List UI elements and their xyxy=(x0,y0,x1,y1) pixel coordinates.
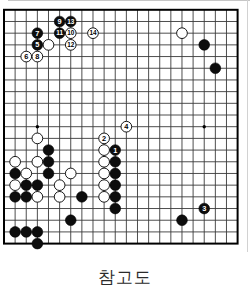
stone-black xyxy=(110,156,121,167)
svg-text:1: 1 xyxy=(113,146,117,155)
stone-black-move5: 5 xyxy=(32,40,43,51)
stone-white xyxy=(10,180,21,191)
svg-text:13: 13 xyxy=(67,18,75,25)
stone-black xyxy=(43,156,54,167)
stone-white xyxy=(65,168,76,179)
stone-white xyxy=(99,145,110,156)
stone-black-move1: 1 xyxy=(110,145,121,156)
stone-white xyxy=(54,191,65,202)
stone-black xyxy=(210,63,221,74)
stone-white xyxy=(99,168,110,179)
stone-black xyxy=(10,168,21,179)
stone-black-move11: 11 xyxy=(54,28,65,39)
stone-black xyxy=(110,168,121,179)
stone-white xyxy=(99,191,110,202)
svg-text:9: 9 xyxy=(58,17,62,26)
stone-black-move9: 9 xyxy=(54,16,65,27)
stone-black xyxy=(177,215,188,226)
svg-text:2: 2 xyxy=(102,134,106,143)
stone-black-move7: 7 xyxy=(32,28,43,39)
stone-white-move14: 14 xyxy=(88,28,99,39)
stone-black-move13: 13 xyxy=(65,16,76,27)
stone-white xyxy=(99,180,110,191)
go-board-diagram: 9137111014512684213 xyxy=(0,0,250,262)
stone-black xyxy=(21,191,32,202)
stone-white xyxy=(54,180,65,191)
stone-white-move10: 10 xyxy=(65,28,76,39)
stone-white xyxy=(32,156,43,167)
stone-white xyxy=(177,28,188,39)
stone-white-move12: 12 xyxy=(65,40,76,51)
diagram-caption: 참고도 xyxy=(0,264,250,292)
stone-white-move2: 2 xyxy=(99,133,110,144)
svg-text:11: 11 xyxy=(56,29,63,36)
svg-text:6: 6 xyxy=(24,52,28,61)
stone-black xyxy=(32,180,43,191)
svg-text:14: 14 xyxy=(89,29,97,36)
stone-white xyxy=(99,156,110,167)
stone-black xyxy=(10,191,21,202)
stone-black xyxy=(32,238,43,249)
diagram-page: 9137111014512684213 참고도 xyxy=(0,0,250,295)
svg-text:3: 3 xyxy=(202,204,206,213)
go-board-area: 9137111014512684213 xyxy=(0,0,250,262)
stone-black xyxy=(32,227,43,238)
stone-black xyxy=(43,145,54,156)
stone-black xyxy=(110,180,121,191)
star-point xyxy=(203,125,206,128)
stone-black xyxy=(43,168,54,179)
stone-white xyxy=(32,133,43,144)
stone-black xyxy=(110,203,121,214)
stone-black xyxy=(199,40,210,51)
stone-black xyxy=(21,227,32,238)
stone-black-move3: 3 xyxy=(199,203,210,214)
stone-white-move8: 8 xyxy=(32,51,43,62)
stone-white xyxy=(21,168,32,179)
stone-black xyxy=(77,191,88,202)
stone-white xyxy=(43,40,54,51)
stone-white-move4: 4 xyxy=(121,121,132,132)
svg-text:7: 7 xyxy=(35,29,39,38)
stone-white xyxy=(10,156,21,167)
stone-white xyxy=(32,191,43,202)
stone-black xyxy=(10,227,21,238)
star-point xyxy=(36,125,39,128)
stone-black xyxy=(65,215,76,226)
svg-text:10: 10 xyxy=(67,29,75,36)
stone-black xyxy=(21,180,32,191)
svg-text:12: 12 xyxy=(67,41,75,48)
svg-text:8: 8 xyxy=(35,52,39,61)
stone-black xyxy=(110,191,121,202)
svg-text:5: 5 xyxy=(35,40,39,49)
stone-white-move6: 6 xyxy=(21,51,32,62)
